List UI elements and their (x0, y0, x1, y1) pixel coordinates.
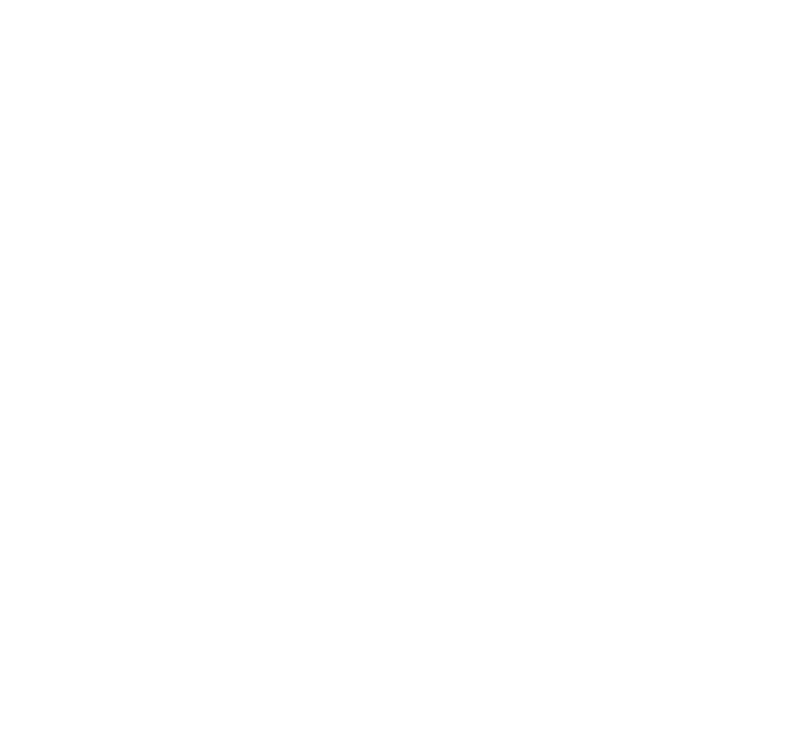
product-photo (0, 0, 800, 747)
